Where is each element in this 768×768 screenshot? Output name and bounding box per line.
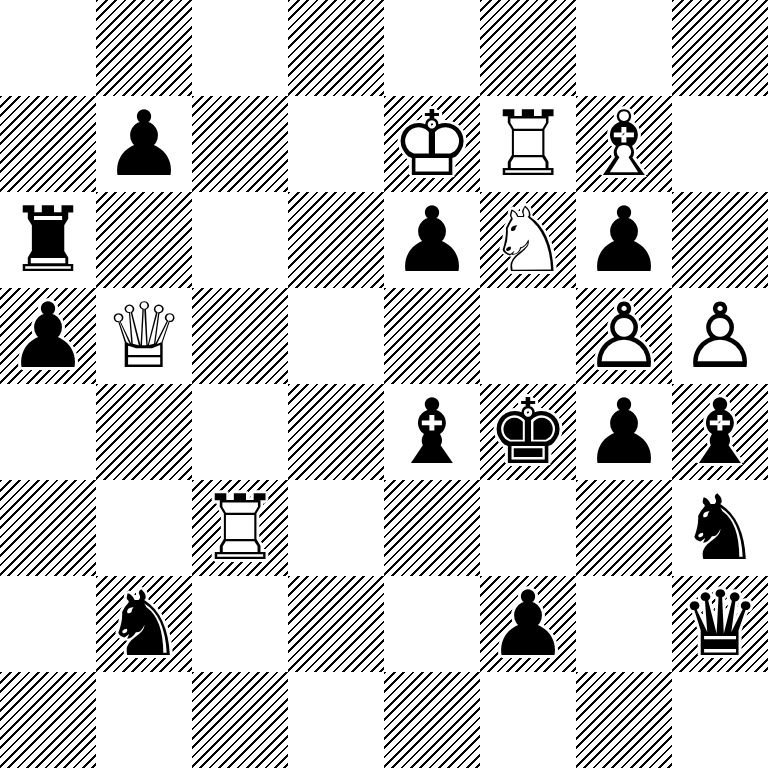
square-a2[interactable] (0, 576, 96, 672)
square-b3[interactable] (96, 480, 192, 576)
white-queen-icon: ♕ (96, 288, 192, 384)
square-b6[interactable] (96, 192, 192, 288)
white-pawn-halo: ♟ (576, 288, 672, 384)
white-knight-icon: ♘ (480, 192, 576, 288)
square-g6[interactable]: ♟♟ (576, 192, 672, 288)
chess-diagram: ♟♟♚♔♜♖♝♗♜♜♟♟♞♘♟♟♟♟♛♕♟♙♟♙♝♝♚♚♟♟♝♝♜♖♞♞♞♞♟♟… (0, 0, 768, 768)
square-b7[interactable]: ♟♟ (96, 96, 192, 192)
black-pawn-icon: ♟ (384, 192, 480, 288)
black-pawn-halo: ♟ (576, 384, 672, 480)
black-pawn-halo: ♟ (96, 96, 192, 192)
square-d6[interactable] (288, 192, 384, 288)
square-b2[interactable]: ♞♞ (96, 576, 192, 672)
square-f5[interactable] (480, 288, 576, 384)
square-c8[interactable] (192, 0, 288, 96)
square-b1[interactable] (96, 672, 192, 768)
white-knight-halo: ♞ (480, 192, 576, 288)
black-bishop-icon: ♝ (384, 384, 480, 480)
square-e4[interactable]: ♝♝ (384, 384, 480, 480)
white-pawn-icon: ♙ (672, 288, 768, 384)
square-g3[interactable] (576, 480, 672, 576)
white-rook-halo: ♜ (192, 480, 288, 576)
square-a7[interactable] (0, 96, 96, 192)
black-pawn-halo: ♟ (0, 288, 96, 384)
square-e3[interactable] (384, 480, 480, 576)
square-b8[interactable] (96, 0, 192, 96)
black-bishop-icon: ♝ (672, 384, 768, 480)
square-c4[interactable] (192, 384, 288, 480)
square-a5[interactable]: ♟♟ (0, 288, 96, 384)
square-a1[interactable] (0, 672, 96, 768)
black-pawn-icon: ♟ (576, 192, 672, 288)
square-e5[interactable] (384, 288, 480, 384)
square-d3[interactable] (288, 480, 384, 576)
square-c2[interactable] (192, 576, 288, 672)
black-bishop-halo: ♝ (384, 384, 480, 480)
square-h8[interactable] (672, 0, 768, 96)
square-b5[interactable]: ♛♕ (96, 288, 192, 384)
white-pawn-halo: ♟ (672, 288, 768, 384)
square-a4[interactable] (0, 384, 96, 480)
white-rook-icon: ♖ (192, 480, 288, 576)
square-c3[interactable]: ♜♖ (192, 480, 288, 576)
square-h1[interactable] (672, 672, 768, 768)
square-f3[interactable] (480, 480, 576, 576)
square-g1[interactable] (576, 672, 672, 768)
square-g2[interactable] (576, 576, 672, 672)
square-e1[interactable] (384, 672, 480, 768)
black-pawn-halo: ♟ (480, 576, 576, 672)
square-h5[interactable]: ♟♙ (672, 288, 768, 384)
square-g7[interactable]: ♝♗ (576, 96, 672, 192)
black-pawn-halo: ♟ (576, 192, 672, 288)
square-d8[interactable] (288, 0, 384, 96)
square-g8[interactable] (576, 0, 672, 96)
square-d7[interactable] (288, 96, 384, 192)
black-queen-halo: ♛ (672, 576, 768, 672)
square-b4[interactable] (96, 384, 192, 480)
white-king-icon: ♔ (384, 96, 480, 192)
square-e7[interactable]: ♚♔ (384, 96, 480, 192)
square-h6[interactable] (672, 192, 768, 288)
black-king-halo: ♚ (480, 384, 576, 480)
white-pawn-icon: ♙ (576, 288, 672, 384)
square-a3[interactable] (0, 480, 96, 576)
square-h4[interactable]: ♝♝ (672, 384, 768, 480)
square-d4[interactable] (288, 384, 384, 480)
square-f2[interactable]: ♟♟ (480, 576, 576, 672)
white-bishop-icon: ♗ (576, 96, 672, 192)
square-c5[interactable] (192, 288, 288, 384)
black-knight-halo: ♞ (96, 576, 192, 672)
square-c6[interactable] (192, 192, 288, 288)
square-c7[interactable] (192, 96, 288, 192)
square-g5[interactable]: ♟♙ (576, 288, 672, 384)
black-pawn-icon: ♟ (0, 288, 96, 384)
square-f1[interactable] (480, 672, 576, 768)
black-pawn-halo: ♟ (384, 192, 480, 288)
white-rook-halo: ♜ (480, 96, 576, 192)
white-king-halo: ♚ (384, 96, 480, 192)
black-bishop-halo: ♝ (672, 384, 768, 480)
square-e2[interactable] (384, 576, 480, 672)
black-knight-icon: ♞ (672, 480, 768, 576)
square-d2[interactable] (288, 576, 384, 672)
black-king-icon: ♚ (480, 384, 576, 480)
square-f4[interactable]: ♚♚ (480, 384, 576, 480)
square-d5[interactable] (288, 288, 384, 384)
square-g4[interactable]: ♟♟ (576, 384, 672, 480)
black-rook-icon: ♜ (0, 192, 96, 288)
white-rook-icon: ♖ (480, 96, 576, 192)
black-knight-halo: ♞ (672, 480, 768, 576)
square-f8[interactable] (480, 0, 576, 96)
square-e6[interactable]: ♟♟ (384, 192, 480, 288)
black-queen-icon: ♛ (672, 576, 768, 672)
white-bishop-halo: ♝ (576, 96, 672, 192)
square-e8[interactable] (384, 0, 480, 96)
square-h3[interactable]: ♞♞ (672, 480, 768, 576)
black-pawn-icon: ♟ (480, 576, 576, 672)
white-queen-halo: ♛ (96, 288, 192, 384)
square-a6[interactable]: ♜♜ (0, 192, 96, 288)
square-d1[interactable] (288, 672, 384, 768)
square-f6[interactable]: ♞♘ (480, 192, 576, 288)
chess-board: ♟♟♚♔♜♖♝♗♜♜♟♟♞♘♟♟♟♟♛♕♟♙♟♙♝♝♚♚♟♟♝♝♜♖♞♞♞♞♟♟… (0, 0, 768, 768)
black-knight-icon: ♞ (96, 576, 192, 672)
black-rook-halo: ♜ (0, 192, 96, 288)
black-pawn-icon: ♟ (576, 384, 672, 480)
square-h7[interactable] (672, 96, 768, 192)
square-f7[interactable]: ♜♖ (480, 96, 576, 192)
black-pawn-icon: ♟ (96, 96, 192, 192)
square-h2[interactable]: ♛♛ (672, 576, 768, 672)
square-a8[interactable] (0, 0, 96, 96)
square-c1[interactable] (192, 672, 288, 768)
